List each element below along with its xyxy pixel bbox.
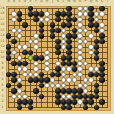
column-label: A	[7, 1, 9, 4]
stone-white	[77, 28, 82, 33]
grid-line-v	[107, 8, 108, 108]
stone-black	[66, 44, 71, 49]
stone-black	[61, 99, 66, 104]
stone-black	[99, 39, 104, 44]
stone-white	[17, 66, 22, 71]
stone-black	[55, 50, 60, 55]
row-label: 2	[1, 100, 3, 103]
stone-black	[88, 6, 93, 11]
stone-black	[94, 88, 99, 93]
stone-white	[66, 66, 71, 71]
column-label: P	[85, 1, 87, 4]
star-point	[90, 90, 92, 92]
stone-white	[77, 55, 82, 60]
stone-white	[77, 6, 82, 11]
stone-black	[72, 99, 77, 104]
column-label: D	[24, 1, 26, 4]
stone-black	[39, 22, 44, 27]
row-label: 14	[0, 34, 4, 37]
stone-white	[88, 77, 93, 82]
star-point	[57, 24, 59, 26]
stone-white	[77, 39, 82, 44]
stone-black	[33, 11, 38, 16]
stone-black	[6, 44, 11, 49]
stone-black	[50, 33, 55, 38]
row-label: 8	[1, 67, 3, 70]
column-label: E	[29, 1, 31, 4]
row-label: 17	[0, 18, 4, 21]
stone-black	[99, 72, 104, 77]
row-label: 18	[0, 12, 4, 15]
stone-white	[66, 94, 71, 99]
stone-white	[83, 88, 88, 93]
stone-black	[50, 22, 55, 27]
stone-black	[88, 99, 93, 104]
stone-white	[77, 17, 82, 22]
stone-black	[99, 6, 104, 11]
stone-white	[11, 50, 16, 55]
stone-white	[83, 77, 88, 82]
stone-black	[55, 94, 60, 99]
stone-black	[66, 33, 71, 38]
stone-black	[72, 88, 77, 93]
stone-white	[33, 33, 38, 38]
stone-white	[55, 83, 60, 88]
stone-white	[17, 33, 22, 38]
stone-black	[39, 11, 44, 16]
stone-black	[39, 55, 44, 60]
stone-black	[99, 77, 104, 82]
stone-black	[6, 55, 11, 60]
stone-black	[66, 6, 71, 11]
column-label: S	[101, 1, 103, 4]
stone-black	[66, 88, 71, 93]
stone-black	[55, 11, 60, 16]
stone-white	[33, 66, 38, 71]
stone-white	[77, 33, 82, 38]
stone-white	[11, 11, 16, 16]
row-label: 4	[1, 89, 3, 92]
stone-black	[11, 72, 16, 77]
column-label: R	[95, 1, 97, 4]
stone-black	[88, 17, 93, 22]
column-label: K	[57, 1, 59, 4]
stone-black	[28, 77, 33, 82]
stone-white	[72, 77, 77, 82]
column-label: F	[35, 1, 37, 4]
stone-black	[33, 88, 38, 93]
column-label: M	[68, 1, 71, 4]
column-label: N	[73, 1, 75, 4]
stone-white	[77, 83, 82, 88]
stone-white	[44, 55, 49, 60]
row-label: 6	[1, 78, 3, 81]
column-label: J	[52, 1, 53, 4]
stone-black	[55, 17, 60, 22]
column-label: C	[18, 1, 20, 4]
stone-white	[99, 28, 104, 33]
stone-white	[22, 72, 27, 77]
stone-black	[44, 77, 49, 82]
stone-white	[77, 72, 82, 77]
stone-black	[6, 33, 11, 38]
stone-black	[17, 99, 22, 104]
stone-black	[55, 28, 60, 33]
stone-white	[99, 11, 104, 16]
stone-black	[55, 66, 60, 71]
stone-white	[11, 94, 16, 99]
stone-black	[94, 22, 99, 27]
row-label: 1	[1, 106, 3, 109]
stone-black	[99, 99, 104, 104]
stone-black	[88, 72, 93, 77]
stone-white	[50, 77, 55, 82]
row-label: 7	[1, 73, 3, 76]
stone-white	[94, 66, 99, 71]
stone-white	[77, 44, 82, 49]
stone-white	[44, 17, 49, 22]
row-label: 3	[1, 95, 3, 98]
stone-black	[33, 17, 38, 22]
stone-black	[55, 72, 60, 77]
stone-black	[17, 11, 22, 16]
stone-black	[88, 22, 93, 27]
stone-black	[88, 11, 93, 16]
stone-white	[44, 50, 49, 55]
stone-white	[44, 61, 49, 66]
star-point	[24, 90, 26, 92]
stone-black	[55, 99, 60, 104]
stone-white	[77, 22, 82, 27]
stone-black	[99, 33, 104, 38]
stone-black	[22, 99, 27, 104]
stone-black	[66, 39, 71, 44]
row-label: 10	[0, 56, 4, 59]
go-board-widget: ABCDEFGHJKLMNOPQRST 19181716151413121110…	[0, 0, 114, 114]
stone-black	[22, 50, 27, 55]
stone-black	[22, 22, 27, 27]
stone-black	[66, 61, 71, 66]
stone-white	[77, 50, 82, 55]
stone-black	[72, 33, 77, 38]
stone-black	[94, 44, 99, 49]
stone-black	[61, 88, 66, 93]
stone-black	[99, 66, 104, 71]
stone-black	[66, 50, 71, 55]
stone-white	[22, 66, 27, 71]
stone-white	[33, 61, 38, 66]
stone-black	[33, 77, 38, 82]
stone-black	[28, 11, 33, 16]
stone-black	[88, 94, 93, 99]
stone-black	[61, 22, 66, 27]
row-label: 5	[1, 84, 3, 87]
stone-white	[33, 44, 38, 49]
column-label: O	[79, 1, 82, 4]
stone-white	[88, 44, 93, 49]
stone-black	[11, 77, 16, 82]
stone-black	[66, 17, 71, 22]
stone-white	[83, 11, 88, 16]
row-label: 16	[0, 23, 4, 26]
stone-white	[17, 77, 22, 82]
stone-white	[11, 17, 16, 22]
row-label: 11	[0, 51, 4, 54]
stone-white	[94, 11, 99, 16]
stone-white	[77, 99, 82, 104]
stone-black	[66, 105, 71, 110]
stone-white	[77, 61, 82, 66]
stone-white	[77, 11, 82, 16]
stone-white	[44, 83, 49, 88]
stone-black	[94, 55, 99, 60]
stone-white	[17, 55, 22, 60]
stone-black	[72, 66, 77, 71]
stone-white	[55, 61, 60, 66]
stone-black	[39, 77, 44, 82]
stone-black	[61, 11, 66, 16]
stone-white	[44, 66, 49, 71]
star-point	[24, 57, 26, 59]
row-label: 13	[0, 40, 4, 43]
stone-white	[61, 66, 66, 71]
column-label: Q	[90, 1, 93, 4]
row-label: 9	[1, 62, 3, 65]
stone-black	[66, 22, 71, 27]
stone-black	[39, 33, 44, 38]
last-move-stone-black	[28, 55, 33, 60]
stone-white	[61, 77, 66, 82]
stone-white	[44, 11, 49, 16]
stone-black	[99, 61, 104, 66]
stone-black	[66, 55, 71, 60]
star-point	[90, 57, 92, 59]
stone-black	[77, 94, 82, 99]
stone-black	[55, 44, 60, 49]
stone-white	[88, 66, 93, 71]
stone-white	[66, 77, 71, 82]
stone-white	[77, 66, 82, 71]
stone-white	[88, 33, 93, 38]
stone-white	[33, 39, 38, 44]
stone-black	[55, 88, 60, 93]
stone-black	[11, 39, 16, 44]
stone-black	[33, 55, 38, 60]
star-point	[57, 57, 59, 59]
column-label: L	[63, 1, 65, 4]
column-label: G	[40, 1, 42, 4]
stone-white	[22, 94, 27, 99]
stone-white	[22, 44, 27, 49]
grid-line-h	[8, 107, 108, 108]
stone-black	[61, 55, 66, 60]
row-label: 19	[0, 7, 4, 10]
stone-black	[11, 61, 16, 66]
stone-black	[22, 61, 27, 66]
stone-white	[61, 33, 66, 38]
stone-white	[61, 44, 66, 49]
stone-black	[66, 11, 71, 16]
row-label: 12	[0, 45, 4, 48]
stone-black	[11, 88, 16, 93]
stone-black	[66, 99, 71, 104]
stone-black	[77, 88, 82, 93]
stone-white	[33, 72, 38, 77]
stone-white	[17, 44, 22, 49]
column-label: T	[107, 1, 109, 4]
stone-black	[55, 39, 60, 44]
stone-white	[11, 28, 16, 33]
column-label: H	[46, 1, 48, 4]
stone-white	[88, 50, 93, 55]
stone-white	[99, 22, 104, 27]
column-label: B	[13, 1, 15, 4]
stone-black	[28, 99, 33, 104]
row-label: 15	[0, 29, 4, 32]
stone-black	[83, 99, 88, 104]
stone-white	[17, 88, 22, 93]
